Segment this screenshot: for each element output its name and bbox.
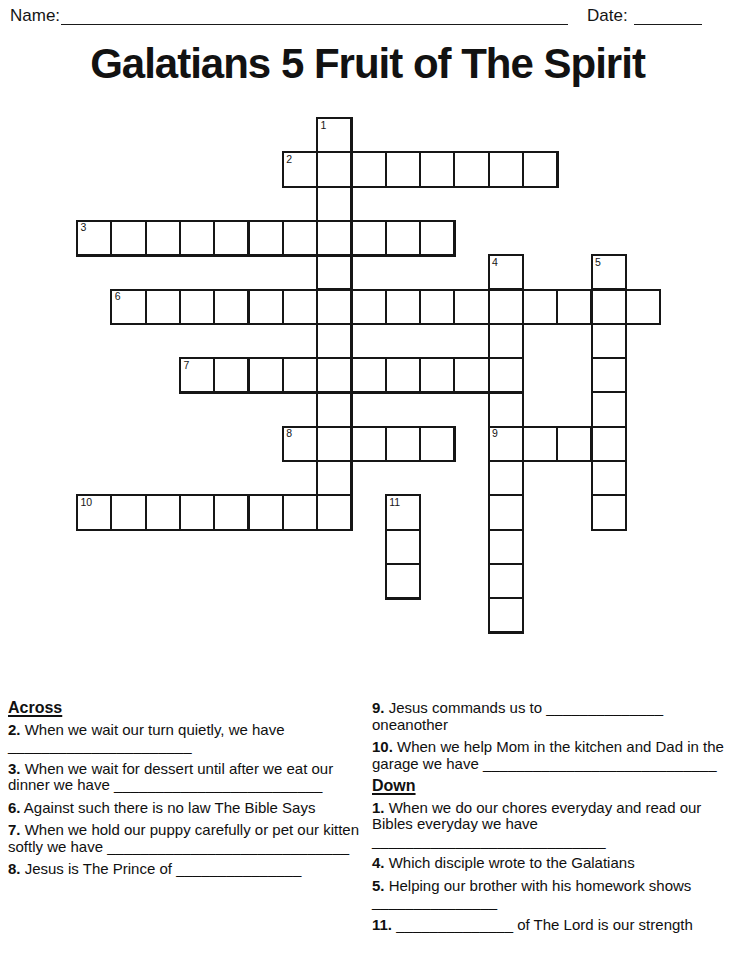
cell-r12-c12[interactable] <box>488 529 524 565</box>
clue-down-5: 5. Helping our brother with his homework… <box>372 878 732 911</box>
clue-text: When we wait for dessert until after we … <box>8 760 333 794</box>
cell-r6-c12[interactable] <box>488 323 524 359</box>
cell-r11-c7[interactable] <box>316 494 352 530</box>
cell-r11-c6[interactable] <box>282 494 318 530</box>
clue-number: 9. <box>372 699 385 716</box>
cell-number: 10 <box>81 497 93 508</box>
clue-number: 8. <box>8 860 21 877</box>
cell-r9-c7[interactable] <box>316 426 352 462</box>
cell-r9-c15[interactable] <box>591 426 627 462</box>
cell-r11-c9[interactable]: 11 <box>385 494 421 530</box>
cell-r7-c6[interactable] <box>282 357 318 393</box>
cell-r8-c15[interactable] <box>591 391 627 427</box>
cell-r11-c3[interactable] <box>179 494 215 530</box>
cell-r9-c10[interactable] <box>419 426 455 462</box>
clue-down-1: 1. When we do our chores everyday and re… <box>372 800 732 850</box>
cell-r1-c11[interactable] <box>453 151 489 187</box>
cell-r7-c11[interactable] <box>453 357 489 393</box>
clue-across-8: 8. Jesus is The Prince of ______________… <box>8 861 362 878</box>
cell-r7-c15[interactable] <box>591 357 627 393</box>
cell-r3-c4[interactable] <box>213 220 249 256</box>
across-heading: Across <box>8 700 362 717</box>
cell-r5-c7[interactable] <box>316 289 352 325</box>
clue-text: Jesus is The Prince of _______________ <box>25 860 302 877</box>
cell-r1-c6[interactable]: 2 <box>282 151 318 187</box>
cell-number: 1 <box>321 120 327 131</box>
cell-number: 7 <box>183 360 189 371</box>
cell-r10-c12[interactable] <box>488 460 524 496</box>
clue-down-4: 4. Which disciple wrote to the Galatians <box>372 855 732 872</box>
cell-r7-c5[interactable] <box>248 357 284 393</box>
clue-text: When we do our chores everyday and read … <box>372 799 701 849</box>
cell-r5-c10[interactable] <box>419 289 455 325</box>
cell-number: 5 <box>595 257 601 268</box>
clue-text: Against such there is no law The Bible S… <box>24 799 316 816</box>
cell-number: 8 <box>286 428 292 439</box>
clue-text: Which disciple wrote to the Galatians <box>389 854 635 871</box>
cell-r12-c9[interactable] <box>385 529 421 565</box>
cell-r1-c12[interactable] <box>488 151 524 187</box>
clue-number: 7. <box>8 821 21 838</box>
cell-r14-c12[interactable] <box>488 597 524 633</box>
cell-r13-c12[interactable] <box>488 563 524 599</box>
cell-r0-c7[interactable]: 1 <box>316 117 352 153</box>
down-heading: Down <box>372 778 732 795</box>
cell-number: 6 <box>115 291 121 302</box>
cell-r5-c13[interactable] <box>522 289 558 325</box>
cell-r9-c6[interactable]: 8 <box>282 426 318 462</box>
cell-r5-c14[interactable] <box>556 289 592 325</box>
worksheet-page: Name: Date: Galatians 5 Fruit of The Spi… <box>0 0 735 976</box>
cell-r9-c14[interactable] <box>556 426 592 462</box>
cell-number: 4 <box>492 257 498 268</box>
cell-r3-c0[interactable]: 3 <box>76 220 112 256</box>
cell-r9-c13[interactable] <box>522 426 558 462</box>
clues-left-column: Across 2. When we wait our turn quietly,… <box>8 700 362 884</box>
cell-r11-c2[interactable] <box>145 494 181 530</box>
cell-r13-c9[interactable] <box>385 563 421 599</box>
clue-across-6: 6. Against such there is no law The Bibl… <box>8 800 362 817</box>
across-clue-list: 2. When we wait our turn quietly, we hav… <box>8 722 362 878</box>
cell-r5-c5[interactable] <box>248 289 284 325</box>
cell-number: 3 <box>81 222 87 233</box>
cell-r10-c15[interactable] <box>591 460 627 496</box>
down-clue-list: 1. When we do our chores everyday and re… <box>372 800 732 934</box>
cell-r3-c6[interactable] <box>282 220 318 256</box>
clue-across-7: 7. When we hold our puppy carefully or p… <box>8 822 362 855</box>
cell-r3-c5[interactable] <box>248 220 284 256</box>
cell-r4-c15[interactable]: 5 <box>591 254 627 290</box>
clue-text: ______________ of The Lord is our streng… <box>396 916 693 933</box>
clue-number: 10. <box>372 738 393 755</box>
page-title: Galatians 5 Fruit of The Spirit <box>0 36 735 92</box>
clue-across-3: 3. When we wait for dessert until after … <box>8 761 362 794</box>
cell-r11-c15[interactable] <box>591 494 627 530</box>
cell-r1-c9[interactable] <box>385 151 421 187</box>
cell-r5-c12[interactable] <box>488 289 524 325</box>
cell-r7-c3[interactable]: 7 <box>179 357 215 393</box>
clue-number: 2. <box>8 721 21 738</box>
clue-across-10: 10. When we help Mom in the kitchen and … <box>372 739 732 772</box>
cell-r5-c4[interactable] <box>213 289 249 325</box>
clue-text: Helping our brother with his homework sh… <box>372 877 691 911</box>
cell-r5-c15[interactable] <box>591 289 627 325</box>
cell-r3-c3[interactable] <box>179 220 215 256</box>
cell-r5-c16[interactable] <box>625 289 661 325</box>
cell-r3-c10[interactable] <box>419 220 455 256</box>
cell-r7-c4[interactable] <box>213 357 249 393</box>
cell-r7-c8[interactable] <box>350 357 386 393</box>
cell-r5-c8[interactable] <box>350 289 386 325</box>
cell-r10-c7[interactable] <box>316 460 352 496</box>
cell-r5-c6[interactable] <box>282 289 318 325</box>
cell-r3-c1[interactable] <box>110 220 146 256</box>
cell-r7-c7[interactable] <box>316 357 352 393</box>
clue-number: 4. <box>372 854 385 871</box>
clue-number: 11. <box>372 916 392 933</box>
clue-text: Jesus commands us to ______________ onea… <box>372 699 663 733</box>
cell-r11-c12[interactable] <box>488 494 524 530</box>
clues-right-column: 9. Jesus commands us to ______________ o… <box>372 700 732 939</box>
across-clue-list-continued: 9. Jesus commands us to ______________ o… <box>372 700 732 772</box>
clue-down-11: 11. ______________ of The Lord is our st… <box>372 917 732 934</box>
cell-r8-c12[interactable] <box>488 391 524 427</box>
cell-r11-c4[interactable] <box>213 494 249 530</box>
cell-r7-c10[interactable] <box>419 357 455 393</box>
crossword-grid: 1234956781011 <box>76 117 664 637</box>
cell-r11-c5[interactable] <box>248 494 284 530</box>
cell-r5-c2[interactable] <box>145 289 181 325</box>
clue-text: When we wait our turn quietly, we have _… <box>8 721 285 755</box>
cell-r11-c1[interactable] <box>110 494 146 530</box>
cell-r1-c10[interactable] <box>419 151 455 187</box>
cell-r3-c2[interactable] <box>145 220 181 256</box>
clue-across-9: 9. Jesus commands us to ______________ o… <box>372 700 732 733</box>
cell-r4-c12[interactable]: 4 <box>488 254 524 290</box>
clue-text: When we help Mom in the kitchen and Dad … <box>372 738 724 772</box>
cell-r1-c8[interactable] <box>350 151 386 187</box>
cell-r11-c0[interactable]: 10 <box>76 494 112 530</box>
clue-number: 1. <box>372 799 385 816</box>
cell-r6-c7[interactable] <box>316 323 352 359</box>
cell-r5-c3[interactable] <box>179 289 215 325</box>
cell-r4-c7[interactable] <box>316 254 352 290</box>
name-input-line[interactable] <box>61 24 568 25</box>
clue-number: 6. <box>8 799 21 816</box>
cell-r3-c7[interactable] <box>316 220 352 256</box>
name-label: Name: <box>10 6 60 26</box>
clue-text: When we hold our puppy carefully or pet … <box>8 821 359 855</box>
cell-r5-c9[interactable] <box>385 289 421 325</box>
cell-r1-c13[interactable] <box>522 151 558 187</box>
cell-r5-c11[interactable] <box>453 289 489 325</box>
cell-r1-c7[interactable] <box>316 151 352 187</box>
clue-number: 5. <box>372 877 385 894</box>
cell-r3-c8[interactable] <box>350 220 386 256</box>
cell-r7-c9[interactable] <box>385 357 421 393</box>
cell-r8-c7[interactable] <box>316 391 352 427</box>
cell-r6-c15[interactable] <box>591 323 627 359</box>
cell-r9-c12[interactable]: 9 <box>488 426 524 462</box>
cell-number: 9 <box>492 428 498 439</box>
clue-across-2: 2. When we wait our turn quietly, we hav… <box>8 722 362 755</box>
cell-number: 2 <box>286 154 292 165</box>
cell-r7-c12[interactable] <box>488 357 524 393</box>
clue-number: 3. <box>8 760 21 777</box>
cell-r9-c9[interactable] <box>385 426 421 462</box>
cell-number: 11 <box>389 497 400 508</box>
date-input-line[interactable] <box>634 24 702 25</box>
cell-r9-c8[interactable] <box>350 426 386 462</box>
cell-r3-c9[interactable] <box>385 220 421 256</box>
cell-r5-c1[interactable]: 6 <box>110 289 146 325</box>
cell-r2-c7[interactable] <box>316 186 352 222</box>
date-label: Date: <box>587 6 628 26</box>
